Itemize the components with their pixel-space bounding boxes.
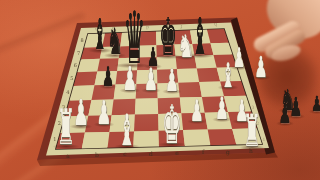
piece-white-rook-h1[interactable]: ♜ — [241, 114, 264, 148]
piece-white-rook-a1[interactable]: ♜ — [56, 109, 77, 147]
piece-white-pawn[interactable]: ♟ — [249, 56, 274, 78]
pieces-layer: ♝♞♝♚♞♛♟♟♟♟♝♟♟♟♞♟♟♟♟♟♟♟♟♚♜♝♜ — [0, 0, 320, 180]
piece-white-bishop-c1[interactable]: ♝ — [116, 114, 138, 147]
piece-black-pawn[interactable]: ♟ — [271, 104, 299, 124]
piece-white-pawn-f2[interactable]: ♟ — [185, 99, 210, 122]
photo-scene: abcdefgh12345678abcdefgh123 ♝♞♝♚♞♛♟♟♟♟♝♟… — [0, 0, 320, 180]
piece-white-pawn-e4[interactable]: ♟ — [160, 68, 185, 92]
piece-white-king-e1[interactable]: ♚ — [162, 104, 183, 145]
piece-white-pawn-b2[interactable]: ♟ — [92, 100, 117, 125]
piece-black-queen-c6[interactable]: ♛ — [124, 11, 141, 66]
piece-white-knight-f7[interactable]: ♞ — [171, 34, 202, 58]
piece-white-bishop-h4[interactable]: ♝ — [217, 62, 240, 88]
